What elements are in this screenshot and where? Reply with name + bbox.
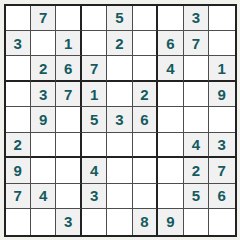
sudoku-cell-r7c4[interactable]: 4 — [82, 158, 107, 183]
sudoku-cell-r8c7[interactable] — [158, 184, 183, 209]
sudoku-cell-r4c6[interactable]: 2 — [133, 82, 158, 107]
sudoku-cell-r5c1[interactable] — [6, 107, 31, 132]
sudoku-cell-r3c2[interactable]: 2 — [31, 56, 56, 81]
sudoku-cell-r4c7[interactable] — [158, 82, 183, 107]
sudoku-cell-r3c9[interactable]: 1 — [209, 56, 234, 81]
sudoku-cell-r1c6[interactable] — [133, 6, 158, 31]
sudoku-cell-r6c2[interactable] — [31, 133, 56, 158]
sudoku-cell-r1c3[interactable] — [56, 6, 81, 31]
sudoku-cell-r8c2[interactable]: 4 — [31, 184, 56, 209]
sudoku-cell-r9c7[interactable]: 9 — [158, 209, 183, 234]
sudoku-cell-r6c5[interactable] — [107, 133, 132, 158]
sudoku-cell-r7c1[interactable]: 9 — [6, 158, 31, 183]
sudoku-cell-r6c7[interactable] — [158, 133, 183, 158]
sudoku-cell-r6c9[interactable]: 3 — [209, 133, 234, 158]
sudoku-cell-r8c1[interactable]: 7 — [6, 184, 31, 209]
sudoku-cell-r1c2[interactable]: 7 — [31, 6, 56, 31]
sudoku-cell-r1c5[interactable]: 5 — [107, 6, 132, 31]
sudoku-cell-r2c3[interactable]: 1 — [56, 31, 81, 56]
sudoku-cell-r5c9[interactable] — [209, 107, 234, 132]
sudoku-cell-r6c1[interactable]: 2 — [6, 133, 31, 158]
sudoku-cell-r9c6[interactable]: 8 — [133, 209, 158, 234]
sudoku-cell-r5c2[interactable]: 9 — [31, 107, 56, 132]
sudoku-cell-r4c8[interactable] — [184, 82, 209, 107]
sudoku-cell-r2c5[interactable]: 2 — [107, 31, 132, 56]
sudoku-cell-r2c2[interactable] — [31, 31, 56, 56]
sudoku-board: 7533126726741371299536243942774356389 — [4, 4, 237, 237]
sudoku-cell-r3c4[interactable]: 7 — [82, 56, 107, 81]
sudoku-cell-r4c3[interactable]: 7 — [56, 82, 81, 107]
sudoku-cell-r7c5[interactable] — [107, 158, 132, 183]
sudoku-cell-r6c4[interactable] — [82, 133, 107, 158]
sudoku-cell-r4c2[interactable]: 3 — [31, 82, 56, 107]
sudoku-cell-r9c4[interactable] — [82, 209, 107, 234]
sudoku-cell-r2c9[interactable] — [209, 31, 234, 56]
sudoku-cell-r2c8[interactable]: 7 — [184, 31, 209, 56]
sudoku-cell-r4c5[interactable] — [107, 82, 132, 107]
sudoku-cell-r2c7[interactable]: 6 — [158, 31, 183, 56]
sudoku-cell-r6c6[interactable] — [133, 133, 158, 158]
sudoku-cell-r9c1[interactable] — [6, 209, 31, 234]
sudoku-cell-r5c4[interactable]: 5 — [82, 107, 107, 132]
sudoku-cell-r7c3[interactable] — [56, 158, 81, 183]
sudoku-cell-r9c3[interactable]: 3 — [56, 209, 81, 234]
sudoku-cell-r9c2[interactable] — [31, 209, 56, 234]
sudoku-cell-r5c8[interactable] — [184, 107, 209, 132]
sudoku-cell-r7c6[interactable] — [133, 158, 158, 183]
sudoku-cell-r1c7[interactable] — [158, 6, 183, 31]
sudoku-cell-r2c6[interactable] — [133, 31, 158, 56]
sudoku-cell-r5c7[interactable] — [158, 107, 183, 132]
sudoku-cell-r9c9[interactable] — [209, 209, 234, 234]
sudoku-cell-r3c3[interactable]: 6 — [56, 56, 81, 81]
sudoku-cell-r8c4[interactable]: 3 — [82, 184, 107, 209]
sudoku-cell-r7c9[interactable]: 7 — [209, 158, 234, 183]
sudoku-cell-r7c2[interactable] — [31, 158, 56, 183]
sudoku-cell-r8c9[interactable]: 6 — [209, 184, 234, 209]
sudoku-cell-r3c6[interactable] — [133, 56, 158, 81]
sudoku-cell-r6c8[interactable]: 4 — [184, 133, 209, 158]
sudoku-cell-r3c7[interactable]: 4 — [158, 56, 183, 81]
sudoku-cell-r3c8[interactable] — [184, 56, 209, 81]
sudoku-cell-r4c9[interactable]: 9 — [209, 82, 234, 107]
sudoku-cell-r8c6[interactable] — [133, 184, 158, 209]
sudoku-cell-r5c3[interactable] — [56, 107, 81, 132]
sudoku-cell-r1c8[interactable]: 3 — [184, 6, 209, 31]
sudoku-cell-r3c1[interactable] — [6, 56, 31, 81]
sudoku-page: 7533126726741371299536243942774356389 — [0, 0, 240, 240]
sudoku-cell-r2c4[interactable] — [82, 31, 107, 56]
sudoku-cell-r1c4[interactable] — [82, 6, 107, 31]
sudoku-cell-r4c4[interactable]: 1 — [82, 82, 107, 107]
sudoku-cell-r6c3[interactable] — [56, 133, 81, 158]
sudoku-cell-r8c5[interactable] — [107, 184, 132, 209]
sudoku-cell-r8c3[interactable] — [56, 184, 81, 209]
sudoku-cell-r7c7[interactable] — [158, 158, 183, 183]
sudoku-cell-r5c5[interactable]: 3 — [107, 107, 132, 132]
sudoku-cell-r9c5[interactable] — [107, 209, 132, 234]
sudoku-cell-r1c9[interactable] — [209, 6, 234, 31]
sudoku-cell-r4c1[interactable] — [6, 82, 31, 107]
sudoku-cell-r9c8[interactable] — [184, 209, 209, 234]
sudoku-cell-r1c1[interactable] — [6, 6, 31, 31]
sudoku-cell-r5c6[interactable]: 6 — [133, 107, 158, 132]
sudoku-cell-r7c8[interactable]: 2 — [184, 158, 209, 183]
sudoku-cell-r3c5[interactable] — [107, 56, 132, 81]
sudoku-cell-r2c1[interactable]: 3 — [6, 31, 31, 56]
sudoku-cell-r8c8[interactable]: 5 — [184, 184, 209, 209]
